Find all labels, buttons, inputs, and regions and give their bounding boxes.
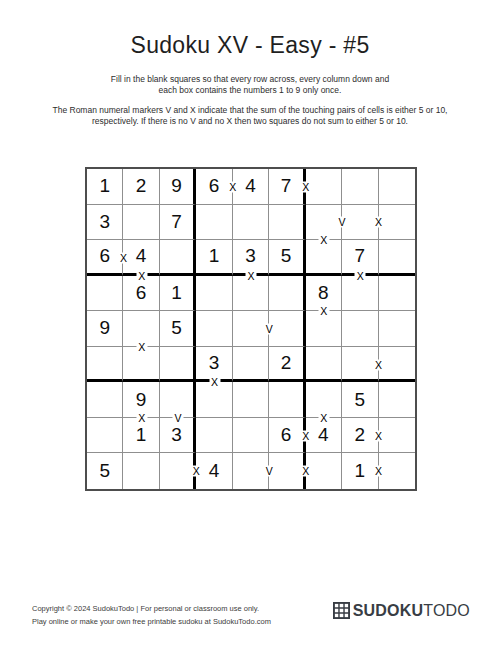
cell-r7c1[interactable] (87, 382, 123, 418)
cell-r9c2[interactable] (123, 453, 159, 489)
cell-r3c7[interactable] (306, 240, 342, 276)
cell-r2c3: 7 (160, 205, 196, 241)
cell-r5c3: 5 (160, 311, 196, 347)
cell-r8c5[interactable] (233, 418, 269, 454)
cell-r3c1: 6 (87, 240, 123, 276)
cell-r7c8: 5 (342, 382, 378, 418)
cell-r7c7[interactable] (306, 382, 342, 418)
cell-r4c6[interactable] (269, 276, 305, 312)
cell-r5c7[interactable] (306, 311, 342, 347)
cell-r8c6: 6 (269, 418, 305, 454)
cell-r1c6: 7 (269, 169, 305, 205)
sudokutodo-logo: SUDOKUTODO (333, 601, 470, 620)
cell-r9c7[interactable] (306, 453, 342, 489)
cell-r7c4[interactable] (196, 382, 232, 418)
cell-r8c3: 3 (160, 418, 196, 454)
cell-r8c9[interactable] (379, 418, 415, 454)
cell-r3c3[interactable] (160, 240, 196, 276)
cell-r2c4[interactable] (196, 205, 232, 241)
cell-r1c2: 2 (123, 169, 159, 205)
cell-r5c5[interactable] (233, 311, 269, 347)
cell-r9c8: 1 (342, 453, 378, 489)
cell-r2c7[interactable] (306, 205, 342, 241)
instructions-xv-rule: The Roman numeral markers V and X indica… (0, 105, 500, 127)
logo-text-bold: SUDOKU (353, 602, 424, 619)
copyright-line1: Copyright © 2024 SudokuTodo | For person… (32, 602, 271, 615)
sudoku-grid-icon (333, 602, 350, 619)
cell-r7c5[interactable] (233, 382, 269, 418)
cell-r1c8[interactable] (342, 169, 378, 205)
cell-r9c4: 4 (196, 453, 232, 489)
cell-r4c8[interactable] (342, 276, 378, 312)
cell-r6c6: 2 (269, 347, 305, 383)
cell-r5c9[interactable] (379, 311, 415, 347)
cell-r1c4: 6 (196, 169, 232, 205)
cell-r8c8: 2 (342, 418, 378, 454)
logo-text-regular: TODO (423, 602, 470, 619)
instructions-basic-line2: each box contains the numbers 1 to 9 onl… (0, 85, 500, 96)
cell-r7c3[interactable] (160, 382, 196, 418)
cell-r3c9[interactable] (379, 240, 415, 276)
instructions-xv-line1: The Roman numeral markers V and X indica… (0, 105, 500, 116)
cell-r2c8[interactable] (342, 205, 378, 241)
cell-r5c2[interactable] (123, 311, 159, 347)
cell-r5c4[interactable] (196, 311, 232, 347)
cell-r8c4[interactable] (196, 418, 232, 454)
cell-r9c1: 5 (87, 453, 123, 489)
cell-r4c1[interactable] (87, 276, 123, 312)
cell-r3c6: 5 (269, 240, 305, 276)
cell-r3c4: 1 (196, 240, 232, 276)
cell-r4c4[interactable] (196, 276, 232, 312)
cell-r8c1[interactable] (87, 418, 123, 454)
cell-r3c2: 4 (123, 240, 159, 276)
cell-r7c2: 9 (123, 382, 159, 418)
cell-r5c1: 9 (87, 311, 123, 347)
cell-r7c6[interactable] (269, 382, 305, 418)
copyright-line2: Play online or make your own free printa… (32, 615, 271, 628)
copyright-text: Copyright © 2024 SudokuTodo | For person… (32, 602, 271, 628)
cell-r4c9[interactable] (379, 276, 415, 312)
cell-r4c5[interactable] (233, 276, 269, 312)
cell-r1c9[interactable] (379, 169, 415, 205)
cell-r2c9[interactable] (379, 205, 415, 241)
sudoku-board: 1296473764135761895329513642541 (85, 167, 417, 491)
cell-r6c2[interactable] (123, 347, 159, 383)
cell-r8c7: 4 (306, 418, 342, 454)
cell-r6c3[interactable] (160, 347, 196, 383)
cell-r2c1: 3 (87, 205, 123, 241)
logo-text: SUDOKUTODO (353, 602, 470, 620)
cell-r7c9[interactable] (379, 382, 415, 418)
cell-r2c2[interactable] (123, 205, 159, 241)
cell-r5c8[interactable] (342, 311, 378, 347)
page-title: Sudoku XV - Easy - #5 (0, 32, 500, 59)
cell-r6c8[interactable] (342, 347, 378, 383)
cell-r9c9[interactable] (379, 453, 415, 489)
instructions-xv-line2: respectively. If there is no V and no X … (0, 116, 500, 127)
cell-r6c7[interactable] (306, 347, 342, 383)
cell-r3c5: 3 (233, 240, 269, 276)
cell-r1c3: 9 (160, 169, 196, 205)
cell-r4c3: 1 (160, 276, 196, 312)
cell-r1c1: 1 (87, 169, 123, 205)
cell-r6c9[interactable] (379, 347, 415, 383)
cell-r9c5[interactable] (233, 453, 269, 489)
cell-r9c6[interactable] (269, 453, 305, 489)
cell-r1c5: 4 (233, 169, 269, 205)
cell-r8c2: 1 (123, 418, 159, 454)
cell-r9c3[interactable] (160, 453, 196, 489)
cell-r4c7: 8 (306, 276, 342, 312)
instructions-basic: Fill in the blank squares so that every … (0, 74, 500, 96)
cell-r2c6[interactable] (269, 205, 305, 241)
cell-r4c2: 6 (123, 276, 159, 312)
cell-r5c6[interactable] (269, 311, 305, 347)
cell-r6c1[interactable] (87, 347, 123, 383)
cell-r6c4: 3 (196, 347, 232, 383)
cell-r6c5[interactable] (233, 347, 269, 383)
cell-r2c5[interactable] (233, 205, 269, 241)
cell-r1c7[interactable] (306, 169, 342, 205)
cell-r3c8: 7 (342, 240, 378, 276)
instructions-basic-line1: Fill in the blank squares so that every … (0, 74, 500, 85)
